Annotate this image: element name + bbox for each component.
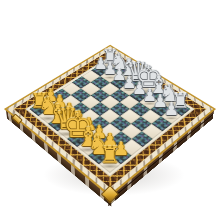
chess-board-box (4, 45, 216, 197)
scene (0, 0, 222, 222)
frame-inner-line (25, 56, 195, 177)
chess-set-photo: ♜♞♟♝♟♛♟♚♟♝♟♞♟♟♜♟♟♜♟♟♞♟♝♟♛♟♚♟♝♟♞♜ (0, 0, 222, 222)
frame-inlay-band (12, 49, 207, 189)
